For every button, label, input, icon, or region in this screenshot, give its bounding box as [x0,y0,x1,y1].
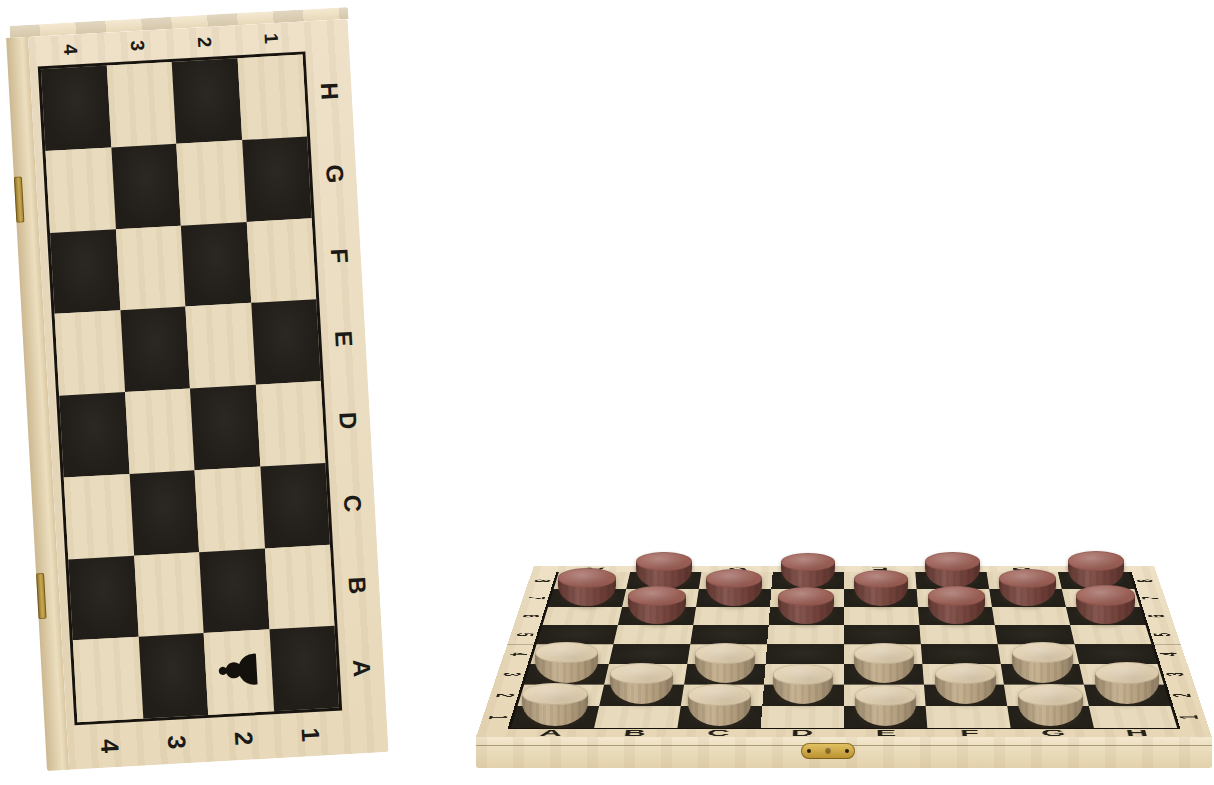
checker-light-c1[interactable] [688,684,751,726]
checker-dark-h8[interactable] [1068,551,1125,588]
closed-square-h3[interactable] [106,62,176,147]
square-b5[interactable] [613,625,693,644]
checker-light-d2[interactable] [773,664,833,704]
pawn-logo-icon: ♟ [211,645,266,694]
right-rank-label-4: 4 [1155,652,1183,655]
left-rank-label-2: 2 [491,693,520,697]
right-rank-label-2: 2 [1168,693,1197,697]
closed-square-a3[interactable] [138,633,208,718]
closed-square-g4[interactable] [45,147,115,232]
closed-square-c4[interactable] [64,474,134,559]
left-rank-label-5: 5 [511,633,538,636]
checker-dark-d6[interactable] [778,587,834,624]
checker-dark-d8[interactable] [781,553,835,588]
closed-top-label-3: 3 [126,40,149,52]
checker-light-c3[interactable] [695,643,755,683]
checker-dark-a7[interactable] [558,568,616,606]
square-f5[interactable] [919,625,997,644]
checker-top [695,643,755,664]
closed-file-label-H: H [315,82,344,101]
closed-square-e3[interactable] [120,307,190,392]
right-rank-label-5: 5 [1149,633,1176,636]
square-f4[interactable] [921,644,1001,664]
latch-icon [801,743,855,759]
checker-dark-g7[interactable] [999,569,1056,606]
closed-square-h2[interactable] [172,58,242,143]
checker-dark-h6[interactable] [1076,585,1135,624]
closed-square-d1[interactable] [255,381,325,466]
closed-square-b1[interactable] [264,544,334,629]
checker-top [706,569,762,588]
left-rank-label-1: 1 [484,715,514,719]
square-c6[interactable] [693,607,770,625]
closed-square-h4[interactable] [41,66,111,151]
closed-square-f1[interactable] [246,218,316,303]
checker-top [535,642,598,664]
closed-file-label-A: A [347,659,376,678]
left-rank-label-8: 8 [530,579,556,582]
closed-bottom-label-2: 2 [228,730,258,746]
closed-square-e2[interactable] [185,303,255,388]
closed-square-f3[interactable] [115,225,185,310]
closed-square-g1[interactable] [242,136,312,221]
checker-light-g3[interactable] [1012,642,1074,683]
checker-dark-f6[interactable] [928,586,985,624]
right-rank-label-1: 1 [1175,715,1205,719]
closed-square-d2[interactable] [190,385,260,470]
closed-board-face: 4321 ♟ HGFEDCBA 4321 [28,19,388,770]
closed-square-f2[interactable] [181,221,251,306]
closed-square-f4[interactable] [50,229,120,314]
checker-light-e1[interactable] [855,685,917,726]
closed-square-g2[interactable] [176,140,246,225]
checker-top [610,663,673,685]
hinge-icon [14,177,25,223]
closed-top-label-1: 1 [260,32,283,44]
checker-top [773,664,833,685]
square-b4[interactable] [609,644,690,664]
closed-square-b3[interactable] [134,552,204,637]
closed-file-label-C: C [338,494,367,513]
checker-top [628,586,686,606]
square-d4[interactable] [766,644,844,664]
closed-file-label-E: E [329,330,358,348]
checker-light-h2[interactable] [1095,662,1159,704]
fold-seam [507,644,1181,645]
checker-top [928,586,985,606]
closed-bottom-label-3: 3 [161,734,191,750]
open-board: ABCDEFGH ABCDEFGH 87654321 87654321 ♟ [468,532,1214,777]
closed-square-a4[interactable] [73,637,143,722]
checker-top [854,643,913,663]
checker-top [925,552,980,571]
closed-top-label-2: 2 [193,36,216,48]
closed-square-b2[interactable] [199,548,269,633]
closed-square-d3[interactable] [125,388,195,473]
closed-square-d4[interactable] [59,392,129,477]
left-rank-label-4: 4 [505,652,533,655]
checker-dark-f8[interactable] [925,552,980,588]
checker-light-a3[interactable] [535,642,598,683]
closed-file-label-B: B [343,576,372,595]
closed-square-g3[interactable] [111,144,181,229]
closed-square-e4[interactable] [55,310,125,395]
square-b1[interactable] [594,706,681,728]
closed-bottom-label-1: 1 [295,726,325,742]
closed-square-a1[interactable] [269,626,339,711]
closed-square-c3[interactable] [129,470,199,555]
right-rank-label-7: 7 [1138,597,1164,600]
product-photo-canvas: 4321 ♟ HGFEDCBA 4321 ABCDEFGH ABCDEFGH 8… [0,0,1214,785]
hinge-icon [36,573,47,619]
checker-dark-c7[interactable] [706,569,762,606]
closed-top-label-4: 4 [59,44,82,56]
closed-square-b4[interactable] [68,555,138,640]
left-rank-label-3: 3 [498,672,526,675]
closed-square-h1[interactable] [237,55,307,140]
closed-file-label-D: D [334,411,363,430]
square-a6[interactable] [542,607,622,625]
closed-board: 4321 ♟ HGFEDCBA 4321 [5,7,388,771]
square-g6[interactable] [992,607,1070,625]
near-letter-band: ABCDEFGH [508,728,1180,737]
checker-top [558,568,616,588]
closed-square-a2[interactable]: ♟ [204,630,274,715]
closed-file-label-F: F [324,248,353,264]
checker-light-f2[interactable] [935,663,997,704]
checker-dark-b8[interactable] [636,552,692,589]
square-e5[interactable] [844,625,921,644]
checker-top [688,684,751,706]
right-rank-label-8: 8 [1133,579,1159,582]
square-e6[interactable] [844,607,919,625]
closed-square-c1[interactable] [260,463,330,548]
checker-top [636,552,692,571]
left-rank-label-7: 7 [524,597,550,600]
square-h1[interactable] [1089,706,1177,728]
square-d1[interactable] [761,706,844,728]
checker-light-a1[interactable] [522,683,587,726]
square-d5[interactable] [767,625,844,644]
closed-bottom-label-4: 4 [94,738,124,754]
checker-top [999,569,1056,588]
box-front-edge [476,737,1212,768]
square-c5[interactable] [690,625,768,644]
checker-top [1095,662,1159,684]
square-h5[interactable] [1070,625,1151,644]
right-rank-label-3: 3 [1162,672,1190,675]
closed-board-grid: ♟ [38,51,342,725]
square-f1[interactable] [926,706,1011,728]
closed-square-e1[interactable] [251,299,321,384]
checker-top [1076,585,1135,605]
checker-top [781,553,835,571]
checker-light-g1[interactable] [1018,684,1082,726]
checker-top [1068,551,1125,570]
left-rank-label-6: 6 [518,614,545,617]
closed-square-c2[interactable] [195,466,265,551]
closed-file-label-G: G [320,164,349,184]
checker-dark-b6[interactable] [628,586,686,624]
checker-light-e3[interactable] [854,643,913,682]
checker-dark-e7[interactable] [854,570,909,606]
checker-top [1018,684,1082,706]
checker-light-b2[interactable] [610,663,673,704]
right-rank-label-6: 6 [1144,614,1171,617]
